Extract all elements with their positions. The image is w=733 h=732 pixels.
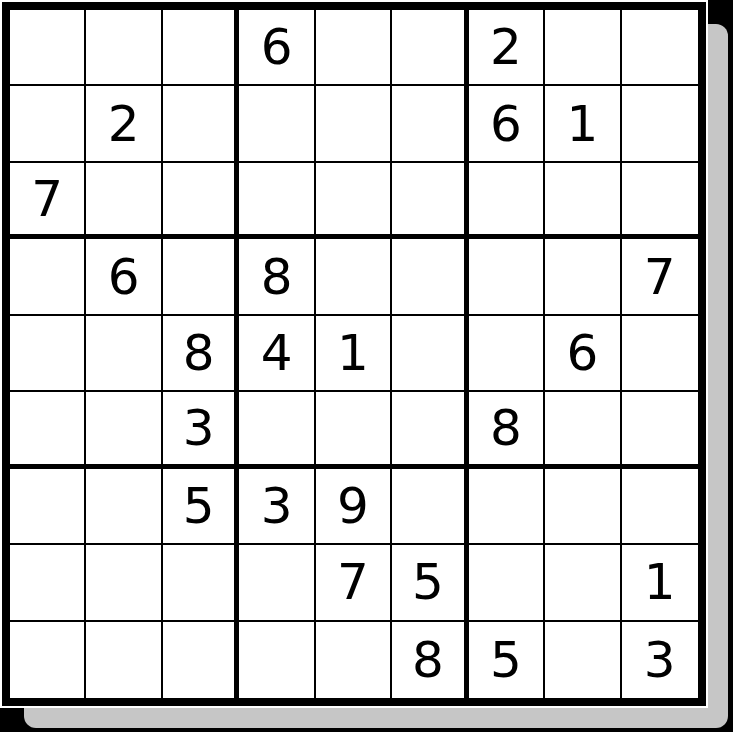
- cell-r8c9[interactable]: 1: [622, 545, 698, 621]
- cell-r4c2[interactable]: 6: [86, 239, 162, 315]
- cell-r9c3[interactable]: [163, 622, 239, 698]
- cell-r3c3[interactable]: [163, 163, 239, 239]
- cell-r8c6[interactable]: 5: [392, 545, 468, 621]
- cell-r6c9[interactable]: [622, 392, 698, 468]
- cell-r3c6[interactable]: [392, 163, 468, 239]
- cell-r7c4[interactable]: 3: [239, 469, 315, 545]
- cell-r2c7[interactable]: 6: [469, 86, 545, 162]
- cell-r7c8[interactable]: [545, 469, 621, 545]
- cell-r1c4[interactable]: 6: [239, 10, 315, 86]
- cell-r3c5[interactable]: [316, 163, 392, 239]
- cell-r7c3[interactable]: 5: [163, 469, 239, 545]
- cell-r4c9[interactable]: 7: [622, 239, 698, 315]
- cell-r3c2[interactable]: [86, 163, 162, 239]
- cell-r1c9[interactable]: [622, 10, 698, 86]
- cell-r7c7[interactable]: [469, 469, 545, 545]
- cell-r9c7[interactable]: 5: [469, 622, 545, 698]
- cell-r5c4[interactable]: 4: [239, 316, 315, 392]
- cell-r4c7[interactable]: [469, 239, 545, 315]
- cell-r8c4[interactable]: [239, 545, 315, 621]
- cell-r2c5[interactable]: [316, 86, 392, 162]
- cell-r2c6[interactable]: [392, 86, 468, 162]
- cell-r9c2[interactable]: [86, 622, 162, 698]
- cell-r7c1[interactable]: [10, 469, 86, 545]
- cell-r2c4[interactable]: [239, 86, 315, 162]
- cell-r7c2[interactable]: [86, 469, 162, 545]
- cell-r1c6[interactable]: [392, 10, 468, 86]
- cell-r3c9[interactable]: [622, 163, 698, 239]
- cell-r4c5[interactable]: [316, 239, 392, 315]
- board-outer-border: 622617687841638539751853: [2, 2, 706, 706]
- cell-r1c8[interactable]: [545, 10, 621, 86]
- cell-r8c5[interactable]: 7: [316, 545, 392, 621]
- cell-r5c6[interactable]: [392, 316, 468, 392]
- cell-r2c9[interactable]: [622, 86, 698, 162]
- puzzle-canvas: 622617687841638539751853: [0, 0, 733, 732]
- cell-r2c2[interactable]: 2: [86, 86, 162, 162]
- cell-r6c4[interactable]: [239, 392, 315, 468]
- cell-r4c4[interactable]: 8: [239, 239, 315, 315]
- cell-r4c1[interactable]: [10, 239, 86, 315]
- cell-r3c8[interactable]: [545, 163, 621, 239]
- board-frame: 622617687841638539751853: [0, 0, 708, 708]
- cell-r6c7[interactable]: 8: [469, 392, 545, 468]
- cell-r7c5[interactable]: 9: [316, 469, 392, 545]
- cell-r4c6[interactable]: [392, 239, 468, 315]
- cell-r6c1[interactable]: [10, 392, 86, 468]
- cell-r9c6[interactable]: 8: [392, 622, 468, 698]
- cell-r8c3[interactable]: [163, 545, 239, 621]
- cell-r1c5[interactable]: [316, 10, 392, 86]
- cell-r5c3[interactable]: 8: [163, 316, 239, 392]
- cell-r2c3[interactable]: [163, 86, 239, 162]
- cell-r6c5[interactable]: [316, 392, 392, 468]
- cell-r8c2[interactable]: [86, 545, 162, 621]
- cell-r6c3[interactable]: 3: [163, 392, 239, 468]
- cell-r4c3[interactable]: [163, 239, 239, 315]
- cell-r7c6[interactable]: [392, 469, 468, 545]
- cell-r1c3[interactable]: [163, 10, 239, 86]
- cell-r8c1[interactable]: [10, 545, 86, 621]
- cell-r3c1[interactable]: 7: [10, 163, 86, 239]
- cell-r5c5[interactable]: 1: [316, 316, 392, 392]
- sudoku-grid: 622617687841638539751853: [10, 10, 698, 698]
- cell-r3c4[interactable]: [239, 163, 315, 239]
- cell-r2c1[interactable]: [10, 86, 86, 162]
- cell-r5c2[interactable]: [86, 316, 162, 392]
- cell-r3c7[interactable]: [469, 163, 545, 239]
- cell-r5c1[interactable]: [10, 316, 86, 392]
- cell-r7c9[interactable]: [622, 469, 698, 545]
- cell-r1c2[interactable]: [86, 10, 162, 86]
- cell-r5c9[interactable]: [622, 316, 698, 392]
- cell-r4c8[interactable]: [545, 239, 621, 315]
- cell-r1c7[interactable]: 2: [469, 10, 545, 86]
- cell-r8c7[interactable]: [469, 545, 545, 621]
- cell-r9c9[interactable]: 3: [622, 622, 698, 698]
- cell-r5c7[interactable]: [469, 316, 545, 392]
- cell-r8c8[interactable]: [545, 545, 621, 621]
- cell-r6c8[interactable]: [545, 392, 621, 468]
- cell-r5c8[interactable]: 6: [545, 316, 621, 392]
- cell-r6c6[interactable]: [392, 392, 468, 468]
- cell-r9c4[interactable]: [239, 622, 315, 698]
- cell-r9c5[interactable]: [316, 622, 392, 698]
- cell-r1c1[interactable]: [10, 10, 86, 86]
- cell-r6c2[interactable]: [86, 392, 162, 468]
- cell-r9c1[interactable]: [10, 622, 86, 698]
- cell-r2c8[interactable]: 1: [545, 86, 621, 162]
- cell-r9c8[interactable]: [545, 622, 621, 698]
